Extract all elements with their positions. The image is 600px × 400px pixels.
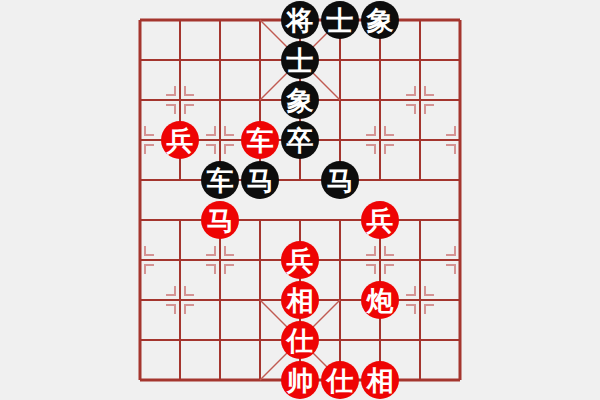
piece-red-general[interactable]: 帅 [281, 361, 319, 399]
piece-red-cannon[interactable]: 炮 [361, 281, 399, 319]
piece-red-elephant[interactable]: 相 [281, 281, 319, 319]
piece-black-horse[interactable]: 马 [321, 161, 359, 199]
piece-black-chariot[interactable]: 车 [201, 161, 239, 199]
piece-black-soldier[interactable]: 卒 [281, 121, 319, 159]
piece-black-horse[interactable]: 马 [241, 161, 279, 199]
piece-red-soldier[interactable]: 兵 [361, 201, 399, 239]
pieces-grid: 将士象士象兵车卒车马马马兵兵相炮仕帅仕相 [120, 0, 480, 400]
piece-black-elephant[interactable]: 象 [281, 81, 319, 119]
piece-black-elephant[interactable]: 象 [361, 1, 399, 39]
xiangqi-board[interactable]: 将士象士象兵车卒车马马马兵兵相炮仕帅仕相 [120, 0, 480, 400]
piece-red-advisor[interactable]: 仕 [281, 321, 319, 359]
piece-red-soldier[interactable]: 兵 [161, 121, 199, 159]
piece-red-soldier[interactable]: 兵 [281, 241, 319, 279]
piece-black-general[interactable]: 将 [281, 1, 319, 39]
xiangqi-screen: 将士象士象兵车卒车马马马兵兵相炮仕帅仕相 [0, 0, 600, 400]
piece-red-horse[interactable]: 马 [201, 201, 239, 239]
piece-red-advisor[interactable]: 仕 [321, 361, 359, 399]
piece-red-chariot[interactable]: 车 [241, 121, 279, 159]
piece-black-advisor[interactable]: 士 [321, 1, 359, 39]
piece-black-advisor[interactable]: 士 [281, 41, 319, 79]
piece-red-elephant[interactable]: 相 [361, 361, 399, 399]
